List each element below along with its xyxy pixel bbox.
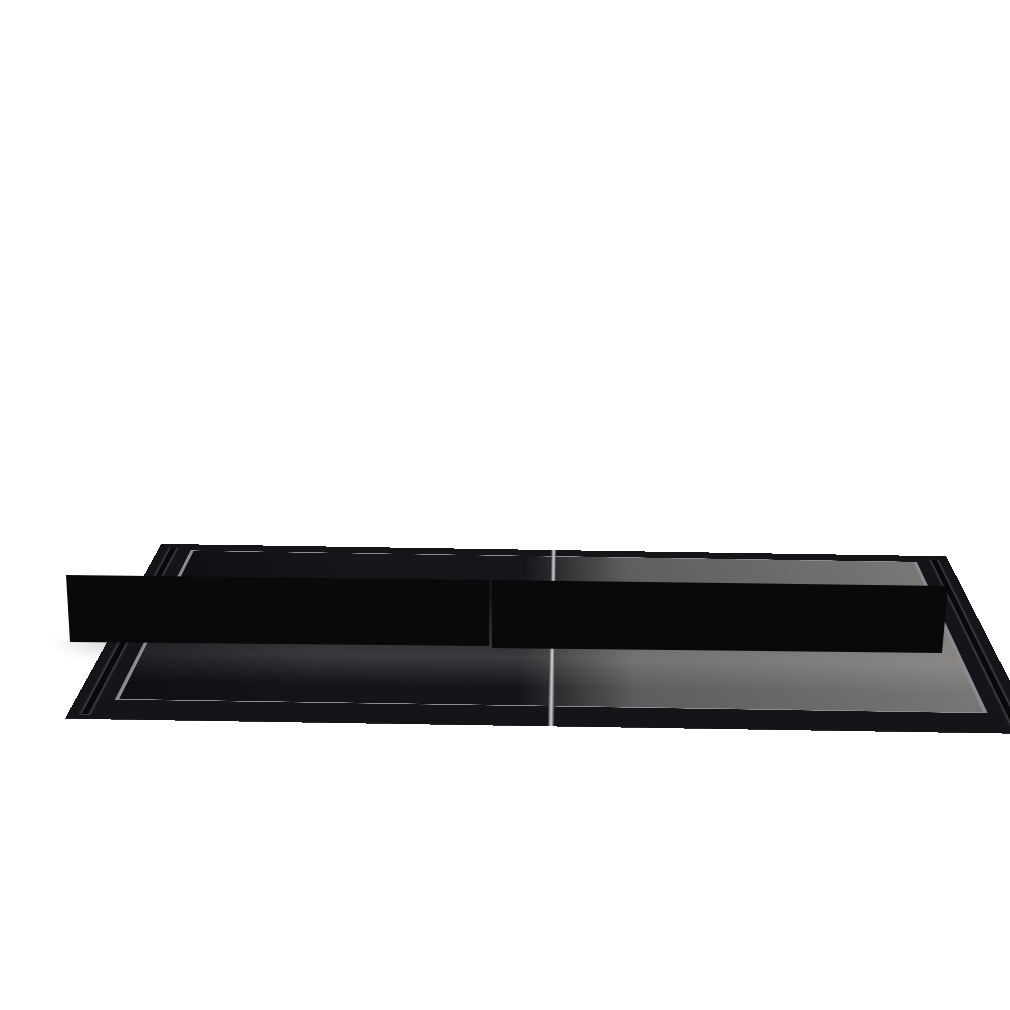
product-photo-chess-set (0, 0, 1010, 1010)
pieces-layer (0, 0, 1010, 1010)
